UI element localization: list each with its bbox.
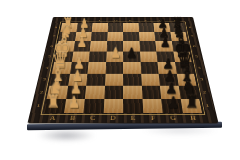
square-E8 xyxy=(123,23,139,32)
square-D5 xyxy=(106,51,123,62)
square-F5 xyxy=(140,51,158,62)
square-H7 xyxy=(170,32,188,41)
square-F7 xyxy=(139,32,156,41)
square-D8 xyxy=(107,23,123,32)
file-label-front-G: G xyxy=(170,115,176,121)
square-F2 xyxy=(141,86,161,99)
square-C1 xyxy=(83,99,104,113)
rank-label-left-5: 5 xyxy=(48,55,52,59)
square-B6 xyxy=(73,41,91,51)
rank-label-left-2: 2 xyxy=(39,90,43,95)
square-E7 xyxy=(123,32,139,41)
square-B7 xyxy=(75,32,92,41)
playing-area xyxy=(44,23,202,113)
square-C6 xyxy=(90,41,107,51)
rank-label-left-3: 3 xyxy=(42,77,46,82)
square-F8 xyxy=(138,23,154,32)
square-A6 xyxy=(56,41,74,51)
square-B4 xyxy=(70,62,89,73)
rank-label-left-1: 1 xyxy=(36,103,40,108)
square-H8 xyxy=(169,23,186,32)
rank-label-right-4: 4 xyxy=(197,66,201,70)
square-G3 xyxy=(159,73,179,85)
square-D1 xyxy=(103,99,123,113)
square-G1 xyxy=(161,99,182,113)
square-E4 xyxy=(123,62,141,73)
square-H5 xyxy=(173,51,192,62)
square-D6 xyxy=(106,41,123,51)
square-D2 xyxy=(104,86,123,99)
file-label-front-H: H xyxy=(190,115,197,121)
square-E5 xyxy=(123,51,140,62)
square-C2 xyxy=(85,86,105,99)
square-G6 xyxy=(155,41,173,51)
square-B3 xyxy=(68,73,88,85)
file-label-front-F: F xyxy=(151,115,156,121)
rank-label-left-8: 8 xyxy=(54,26,57,29)
board-shadow-left xyxy=(36,129,96,142)
square-D7 xyxy=(107,32,123,41)
square-E6 xyxy=(123,41,140,51)
square-F6 xyxy=(139,41,156,51)
square-F4 xyxy=(140,62,158,73)
square-C8 xyxy=(92,23,108,32)
square-A8 xyxy=(60,23,77,32)
square-C5 xyxy=(89,51,107,62)
square-C4 xyxy=(87,62,105,73)
square-E1 xyxy=(123,99,143,113)
rank-label-left-7: 7 xyxy=(52,35,55,39)
square-A2 xyxy=(47,86,68,99)
square-B2 xyxy=(66,86,86,99)
square-B1 xyxy=(64,99,85,113)
square-G2 xyxy=(160,86,180,99)
chess-board: ABCDEFGH ABCDEFGH 87654321 87654321 ♜♞♝♛… xyxy=(29,17,218,122)
file-label-front-C: C xyxy=(90,115,95,121)
square-D3 xyxy=(105,73,123,85)
square-A7 xyxy=(58,32,76,41)
square-A1 xyxy=(44,99,66,113)
file-label-front-E: E xyxy=(131,115,136,121)
square-H1 xyxy=(180,99,202,113)
square-F3 xyxy=(141,73,160,85)
square-F1 xyxy=(142,99,163,113)
rank-label-right-5: 5 xyxy=(195,55,199,59)
rank-label-right-8: 8 xyxy=(188,26,191,29)
square-H3 xyxy=(176,73,196,85)
rank-label-right-1: 1 xyxy=(205,103,209,108)
product-photo-stage: ABCDEFGH ABCDEFGH 87654321 87654321 ♜♞♝♛… xyxy=(0,0,240,160)
rank-label-right-6: 6 xyxy=(193,44,197,48)
square-C7 xyxy=(91,32,108,41)
square-G4 xyxy=(157,62,176,73)
square-A5 xyxy=(54,51,73,62)
file-label-front-A: A xyxy=(50,115,57,121)
file-label-front-D: D xyxy=(110,115,116,121)
square-E2 xyxy=(123,86,142,99)
file-label-front-B: B xyxy=(70,115,76,121)
square-H6 xyxy=(171,41,189,51)
square-C3 xyxy=(86,73,105,85)
square-D4 xyxy=(105,62,123,73)
square-H2 xyxy=(178,86,199,99)
square-E3 xyxy=(123,73,141,85)
rank-label-right-2: 2 xyxy=(202,90,206,95)
square-G8 xyxy=(153,23,170,32)
square-H4 xyxy=(175,62,195,73)
rank-label-right-7: 7 xyxy=(190,35,193,39)
square-G7 xyxy=(154,32,171,41)
rank-label-left-6: 6 xyxy=(50,44,54,48)
rank-label-right-3: 3 xyxy=(200,77,204,82)
square-A3 xyxy=(49,73,69,85)
square-B8 xyxy=(76,23,93,32)
square-A4 xyxy=(52,62,72,73)
rank-label-left-4: 4 xyxy=(45,66,49,70)
square-G5 xyxy=(156,51,174,62)
square-B5 xyxy=(71,51,89,62)
